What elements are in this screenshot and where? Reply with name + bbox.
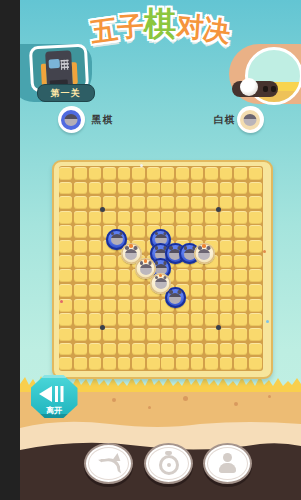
board-tile[interactable] [59,182,72,195]
page-title: 五子棋对决 [20,2,301,47]
board-tile[interactable] [89,328,102,341]
board-tile[interactable] [249,313,262,326]
board-tile[interactable] [249,284,262,297]
board-tile[interactable] [118,328,131,341]
board-tile[interactable] [74,211,87,224]
board-tile[interactable] [161,328,174,341]
board-tile[interactable] [176,343,189,356]
level-badge: 第一关 [37,84,95,102]
board-tile[interactable] [234,357,247,370]
white-stone-preview [240,78,258,96]
board-tile[interactable] [220,196,233,209]
board-tile[interactable] [234,225,247,238]
board-tile[interactable] [234,313,247,326]
board-tile[interactable] [103,357,116,370]
board-tile[interactable] [220,167,233,180]
board-tile[interactable] [249,167,262,180]
board-tile[interactable] [74,357,87,370]
back-arrow-icon [39,386,52,402]
gomoku-board [52,160,273,379]
board-tile[interactable] [74,328,87,341]
board-tile[interactable] [118,357,131,370]
board-tile[interactable] [176,225,189,238]
tray-marker [271,86,276,92]
board-tile[interactable] [234,211,247,224]
board-tile[interactable] [132,343,145,356]
board-tile[interactable] [118,269,131,282]
board-tile[interactable] [205,313,218,326]
board-tile[interactable] [220,269,233,282]
board-tile[interactable] [234,240,247,253]
board-tile[interactable] [249,328,262,341]
board-tile[interactable] [59,313,72,326]
board-tile[interactable] [234,255,247,268]
board-tile[interactable] [191,167,204,180]
board-tile[interactable] [249,196,262,209]
board-tile[interactable] [249,269,262,282]
board-tile[interactable] [59,357,72,370]
board-tile[interactable] [176,313,189,326]
clock-icon [159,455,179,475]
board-tile[interactable] [132,196,145,209]
board-tile[interactable] [161,167,174,180]
board-tile[interactable] [103,284,116,297]
board-tile[interactable] [176,167,189,180]
board-tile[interactable] [103,313,116,326]
board-tile[interactable] [118,211,131,224]
board-tile[interactable] [249,299,262,312]
board-tile[interactable] [147,182,160,195]
board-tile[interactable] [74,343,87,356]
board-tile[interactable] [74,255,87,268]
board-tile[interactable] [234,196,247,209]
share-button[interactable] [84,443,133,484]
board-tile[interactable] [103,211,116,224]
board-tile[interactable] [103,269,116,282]
board-tile[interactable] [118,167,131,180]
board-tile[interactable] [59,284,72,297]
board-tile[interactable] [118,313,131,326]
board-tile[interactable] [191,211,204,224]
board-tile[interactable] [89,255,102,268]
board-tile[interactable] [132,299,145,312]
board-tile[interactable] [220,182,233,195]
board-tile[interactable] [59,328,72,341]
board-tile[interactable] [249,357,262,370]
board-tile[interactable] [118,182,131,195]
board-tile[interactable] [132,357,145,370]
board-tile[interactable] [176,182,189,195]
board-tile[interactable] [89,313,102,326]
board-tile[interactable] [234,299,247,312]
board-tile[interactable] [118,284,131,297]
board-tile[interactable] [89,211,102,224]
timer-button[interactable] [144,443,193,484]
board-tile[interactable] [176,328,189,341]
board-tile[interactable] [220,284,233,297]
board-tile[interactable] [249,255,262,268]
board-tile[interactable] [205,182,218,195]
board-tile[interactable] [205,225,218,238]
board-tile[interactable] [220,313,233,326]
white-stone [194,243,215,264]
title-char: 五 [88,11,120,50]
board-tile[interactable] [147,313,160,326]
board-tile[interactable] [220,225,233,238]
board-tile[interactable] [220,240,233,253]
board-tile[interactable] [205,284,218,297]
board-tile[interactable] [249,240,262,253]
board-tile[interactable] [89,284,102,297]
board-tile[interactable] [132,211,145,224]
board-tile[interactable] [132,328,145,341]
board-tile[interactable] [89,357,102,370]
board-tile[interactable] [205,269,218,282]
board-tile[interactable] [132,167,145,180]
board-tile[interactable] [176,196,189,209]
level-scene [31,47,85,90]
board-tile[interactable] [191,284,204,297]
board-tile[interactable] [59,211,72,224]
board-tile[interactable] [220,328,233,341]
board-tile[interactable] [249,225,262,238]
board-tile[interactable] [176,211,189,224]
board-tile[interactable] [89,196,102,209]
board-tile[interactable] [191,313,204,326]
board-tile[interactable] [103,343,116,356]
board-tile[interactable] [74,167,87,180]
board-tile[interactable] [161,313,174,326]
board-tile[interactable] [249,211,262,224]
board-tile[interactable] [147,196,160,209]
board-tile[interactable] [220,343,233,356]
board-tile[interactable] [103,182,116,195]
board-tile[interactable] [74,269,87,282]
board-tile[interactable] [176,357,189,370]
board-tile[interactable] [59,196,72,209]
board-tile[interactable] [220,211,233,224]
white-stone [150,273,171,294]
board-tile[interactable] [191,225,204,238]
title-char: 对 [175,8,204,46]
board-tile[interactable] [147,357,160,370]
board-tile[interactable] [147,299,160,312]
title-char: 棋 [144,2,177,47]
board-tile[interactable] [205,343,218,356]
board-tile[interactable] [234,269,247,282]
board-tile[interactable] [59,269,72,282]
board-tile[interactable] [132,313,145,326]
board-tile[interactable] [74,196,87,209]
board-tile[interactable] [191,357,204,370]
cat-avatar-icon [244,114,257,126]
board-tile[interactable] [161,343,174,356]
board-tile[interactable] [59,240,72,253]
board-tile[interactable] [205,167,218,180]
board-tile[interactable] [191,269,204,282]
board-tile[interactable] [103,328,116,341]
board-tile[interactable] [103,196,116,209]
board-tile[interactable] [118,196,131,209]
leave-button[interactable]: 离开 [31,375,78,418]
board-tile[interactable] [89,182,102,195]
black-player-avatar [58,106,85,133]
board-tile[interactable] [220,255,233,268]
board-tile[interactable] [147,328,160,341]
board-tile[interactable] [161,357,174,370]
black-player-label: 黑棋 [92,113,114,127]
board-tile[interactable] [103,299,116,312]
board-tile[interactable] [89,240,102,253]
board-tile[interactable] [191,299,204,312]
star-point [216,325,221,330]
board-tile[interactable] [234,167,247,180]
board-grid[interactable] [59,166,263,371]
board-tile[interactable] [249,343,262,356]
title-char: 子 [115,8,144,46]
board-tile[interactable] [118,343,131,356]
board-tile[interactable] [205,357,218,370]
board-tile[interactable] [205,299,218,312]
board-tile[interactable] [89,343,102,356]
board-tile[interactable] [249,182,262,195]
board-tile[interactable] [89,225,102,238]
board-tile[interactable] [161,211,174,224]
board-tile[interactable] [103,167,116,180]
board-tile[interactable] [59,255,72,268]
board-tile[interactable] [132,182,145,195]
board-tile[interactable] [89,299,102,312]
board-tile[interactable] [147,167,160,180]
board-tile[interactable] [191,182,204,195]
star-point [100,325,105,330]
board-tile[interactable] [234,182,247,195]
board-tile[interactable] [74,313,87,326]
profile-button[interactable] [203,443,252,484]
gomoku-app: 五子棋对决 第一关 黑棋 白棋 [20,0,301,500]
board-tile[interactable] [74,225,87,238]
board-tile[interactable] [89,269,102,282]
board-tile[interactable] [89,167,102,180]
level-badge-label: 第一关 [51,87,81,100]
board-tile[interactable] [220,299,233,312]
board-tile[interactable] [191,343,204,356]
board-tile[interactable] [191,328,204,341]
board-tile[interactable] [191,196,204,209]
board-tile[interactable] [147,343,160,356]
board-tile[interactable] [234,343,247,356]
board-tile[interactable] [59,343,72,356]
board-tile[interactable] [220,357,233,370]
tray-marker [263,86,268,92]
board-tile[interactable] [118,299,131,312]
board-tile[interactable] [176,269,189,282]
board-tile[interactable] [161,182,174,195]
board-tile[interactable] [132,284,145,297]
person-icon [223,453,232,462]
board-tile[interactable] [205,328,218,341]
board-tile[interactable] [234,284,247,297]
board-tile[interactable] [74,182,87,195]
board-tile[interactable] [59,167,72,180]
board-tile[interactable] [74,284,87,297]
board-tile[interactable] [74,299,87,312]
cat-avatar-icon [65,114,78,126]
board-tile[interactable] [161,196,174,209]
white-player-avatar [237,106,264,133]
board-tile[interactable] [74,240,87,253]
board-tile[interactable] [234,328,247,341]
board-tile[interactable] [147,211,160,224]
title-char: 决 [200,11,232,50]
white-player-label: 白棋 [214,113,236,127]
board-tile[interactable] [103,255,116,268]
board-tile[interactable] [59,225,72,238]
board-tile[interactable] [132,225,145,238]
board-tile[interactable] [205,211,218,224]
